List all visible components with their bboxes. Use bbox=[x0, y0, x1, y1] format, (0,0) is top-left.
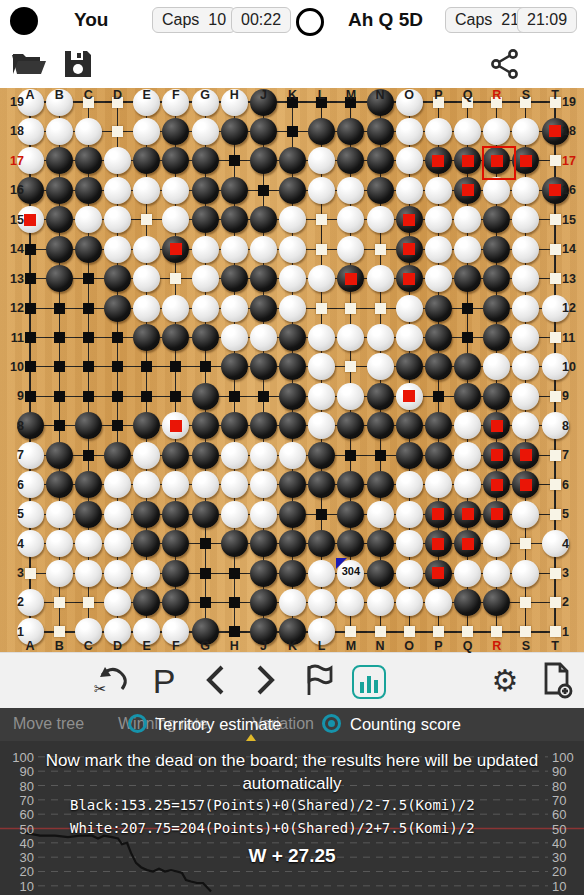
stone-black-B6[interactable] bbox=[46, 471, 73, 498]
territory-black-B11[interactable] bbox=[54, 332, 65, 343]
stone-white-S9[interactable] bbox=[512, 383, 539, 410]
stone-white-D2[interactable] bbox=[104, 589, 131, 616]
stone-black-O10[interactable] bbox=[396, 353, 423, 380]
territory-white-T1[interactable] bbox=[550, 626, 561, 637]
stone-black-F18[interactable] bbox=[162, 118, 189, 145]
stone-white-F8[interactable] bbox=[162, 412, 189, 439]
stone-black-G7[interactable] bbox=[192, 442, 219, 469]
stone-white-L10[interactable] bbox=[308, 353, 335, 380]
stone-black-Q4[interactable] bbox=[454, 530, 481, 557]
stone-white-R4[interactable] bbox=[483, 530, 510, 557]
territory-white-S1[interactable] bbox=[520, 626, 531, 637]
stone-white-M9[interactable] bbox=[337, 383, 364, 410]
stone-black-N8[interactable] bbox=[367, 412, 394, 439]
stone-white-K12[interactable] bbox=[279, 295, 306, 322]
stone-black-M13[interactable] bbox=[337, 265, 364, 292]
stone-black-R15[interactable] bbox=[483, 206, 510, 233]
stone-black-O15[interactable] bbox=[396, 206, 423, 233]
territory-white-B1[interactable] bbox=[54, 626, 65, 637]
territory-black-Q11[interactable] bbox=[462, 332, 473, 343]
stone-white-H12[interactable] bbox=[221, 295, 248, 322]
stone-black-P5[interactable] bbox=[425, 501, 452, 528]
stone-white-S10[interactable] bbox=[512, 353, 539, 380]
counting-score-radio[interactable] bbox=[322, 714, 341, 733]
territory-black-D10[interactable] bbox=[112, 361, 123, 372]
stone-black-K10[interactable] bbox=[279, 353, 306, 380]
stone-black-R6[interactable] bbox=[483, 471, 510, 498]
stone-black-C6[interactable] bbox=[75, 471, 102, 498]
stone-black-O13[interactable] bbox=[396, 265, 423, 292]
territory-black-A13[interactable] bbox=[25, 273, 36, 284]
stone-black-N3[interactable] bbox=[367, 560, 394, 587]
stone-black-F17[interactable] bbox=[162, 147, 189, 174]
stone-black-D13[interactable] bbox=[104, 265, 131, 292]
territory-black-A10[interactable] bbox=[25, 361, 36, 372]
resign-flag-button[interactable] bbox=[296, 661, 340, 701]
territory-black-H17[interactable] bbox=[229, 155, 240, 166]
stone-black-O7[interactable] bbox=[396, 442, 423, 469]
stone-black-G9[interactable] bbox=[192, 383, 219, 410]
stone-black-F3[interactable] bbox=[162, 560, 189, 587]
stone-black-P17[interactable] bbox=[425, 147, 452, 174]
stone-black-P7[interactable] bbox=[425, 442, 452, 469]
stone-white-S15[interactable] bbox=[512, 206, 539, 233]
stone-white-O3[interactable] bbox=[396, 560, 423, 587]
stone-black-S6[interactable] bbox=[512, 471, 539, 498]
stone-black-Q9[interactable] bbox=[454, 383, 481, 410]
territory-black-J9[interactable] bbox=[258, 391, 269, 402]
territory-white-A3[interactable] bbox=[25, 568, 36, 579]
score-chart-button[interactable] bbox=[347, 661, 391, 701]
stone-black-H10[interactable] bbox=[221, 353, 248, 380]
territory-black-F9[interactable] bbox=[170, 391, 181, 402]
stone-black-R7[interactable] bbox=[483, 442, 510, 469]
territory-white-F13[interactable] bbox=[170, 273, 181, 284]
counting-score-label[interactable]: Counting score bbox=[350, 715, 461, 734]
stone-white-M11[interactable] bbox=[337, 324, 364, 351]
territory-white-B2[interactable] bbox=[54, 597, 65, 608]
stone-white-O17[interactable] bbox=[396, 147, 423, 174]
territory-black-H3[interactable] bbox=[229, 568, 240, 579]
stone-black-C17[interactable] bbox=[75, 147, 102, 174]
stone-black-N9[interactable] bbox=[367, 383, 394, 410]
stone-black-E8[interactable] bbox=[133, 412, 160, 439]
previous-move-button[interactable] bbox=[193, 661, 237, 701]
stone-white-G13[interactable] bbox=[192, 265, 219, 292]
territory-white-T14[interactable] bbox=[550, 244, 561, 255]
stone-white-P14[interactable] bbox=[425, 236, 452, 263]
settings-gear-button[interactable]: ⚙ bbox=[483, 661, 527, 701]
stone-black-B13[interactable] bbox=[46, 265, 73, 292]
stone-white-G18[interactable] bbox=[192, 118, 219, 145]
stone-white-J5[interactable] bbox=[250, 501, 277, 528]
territory-black-D11[interactable] bbox=[112, 332, 123, 343]
stone-black-C16[interactable] bbox=[75, 177, 102, 204]
stone-white-F6[interactable] bbox=[162, 471, 189, 498]
new-document-button[interactable] bbox=[534, 661, 578, 701]
stone-black-J15[interactable] bbox=[250, 206, 277, 233]
territory-black-P9[interactable] bbox=[433, 391, 444, 402]
stone-white-D15[interactable] bbox=[104, 206, 131, 233]
stone-black-P12[interactable] bbox=[425, 295, 452, 322]
stone-black-L18[interactable] bbox=[308, 118, 335, 145]
stone-black-J2[interactable] bbox=[250, 589, 277, 616]
stone-white-H14[interactable] bbox=[221, 236, 248, 263]
stone-black-H13[interactable] bbox=[221, 265, 248, 292]
stone-white-L9[interactable] bbox=[308, 383, 335, 410]
territory-black-G2[interactable] bbox=[200, 597, 211, 608]
stone-white-O6[interactable] bbox=[396, 471, 423, 498]
stone-white-D16[interactable] bbox=[104, 177, 131, 204]
stone-black-C8[interactable] bbox=[75, 412, 102, 439]
stone-white-N15[interactable] bbox=[367, 206, 394, 233]
stone-white-K7[interactable] bbox=[279, 442, 306, 469]
stone-black-R8[interactable] bbox=[483, 412, 510, 439]
stone-black-E11[interactable] bbox=[133, 324, 160, 351]
stone-white-R18[interactable] bbox=[483, 118, 510, 145]
stone-black-P4[interactable] bbox=[425, 530, 452, 557]
territory-black-C12[interactable] bbox=[83, 303, 94, 314]
stone-black-K11[interactable] bbox=[279, 324, 306, 351]
stone-black-C14[interactable] bbox=[75, 236, 102, 263]
territory-black-J16[interactable] bbox=[258, 185, 269, 196]
stone-white-E16[interactable] bbox=[133, 177, 160, 204]
stone-white-N10[interactable] bbox=[367, 353, 394, 380]
stone-black-R14[interactable] bbox=[483, 236, 510, 263]
stone-white-R16[interactable] bbox=[483, 177, 510, 204]
stone-white-O16[interactable] bbox=[396, 177, 423, 204]
stone-black-G11[interactable] bbox=[192, 324, 219, 351]
stone-white-G14[interactable] bbox=[192, 236, 219, 263]
stone-white-N5[interactable] bbox=[367, 501, 394, 528]
stone-white-L17[interactable] bbox=[308, 147, 335, 174]
stone-black-S17[interactable] bbox=[512, 147, 539, 174]
stone-white-H7[interactable] bbox=[221, 442, 248, 469]
stone-white-E18[interactable] bbox=[133, 118, 160, 145]
territory-white-T7[interactable] bbox=[550, 450, 561, 461]
stone-white-L16[interactable] bbox=[308, 177, 335, 204]
territory-black-B10[interactable] bbox=[54, 361, 65, 372]
stone-white-J7[interactable] bbox=[250, 442, 277, 469]
territory-white-M10[interactable] bbox=[345, 361, 356, 372]
territory-black-C11[interactable] bbox=[83, 332, 94, 343]
stone-white-O5[interactable] bbox=[396, 501, 423, 528]
stone-white-H5[interactable] bbox=[221, 501, 248, 528]
territory-white-E15[interactable] bbox=[141, 214, 152, 225]
stone-black-K3[interactable] bbox=[279, 560, 306, 587]
stone-black-B16[interactable] bbox=[46, 177, 73, 204]
stone-black-E4[interactable] bbox=[133, 530, 160, 557]
stone-white-R10[interactable] bbox=[483, 353, 510, 380]
stone-white-S11[interactable] bbox=[512, 324, 539, 351]
stone-white-O12[interactable] bbox=[396, 295, 423, 322]
stone-white-E7[interactable] bbox=[133, 442, 160, 469]
stone-black-M18[interactable] bbox=[337, 118, 364, 145]
stone-white-S12[interactable] bbox=[512, 295, 539, 322]
stone-black-R12[interactable] bbox=[483, 295, 510, 322]
stone-black-N6[interactable] bbox=[367, 471, 394, 498]
stone-white-P15[interactable] bbox=[425, 206, 452, 233]
stone-white-Q18[interactable] bbox=[454, 118, 481, 145]
stone-black-J12[interactable] bbox=[250, 295, 277, 322]
stone-black-B17[interactable] bbox=[46, 147, 73, 174]
stone-black-M8[interactable] bbox=[337, 412, 364, 439]
stone-white-C3[interactable] bbox=[75, 560, 102, 587]
stone-black-H15[interactable] bbox=[221, 206, 248, 233]
stone-black-H8[interactable] bbox=[221, 412, 248, 439]
territory-white-T11[interactable] bbox=[550, 332, 561, 343]
stone-white-S5[interactable] bbox=[512, 501, 539, 528]
stone-white-E3[interactable] bbox=[133, 560, 160, 587]
stone-white-S8[interactable] bbox=[512, 412, 539, 439]
territory-estimate-label[interactable]: Territory estimate bbox=[155, 715, 282, 734]
stone-white-N11[interactable] bbox=[367, 324, 394, 351]
stone-white-D17[interactable] bbox=[104, 147, 131, 174]
stone-white-M15[interactable] bbox=[337, 206, 364, 233]
territory-black-C13[interactable] bbox=[83, 273, 94, 284]
stone-white-P6[interactable] bbox=[425, 471, 452, 498]
territory-white-L15[interactable] bbox=[316, 214, 327, 225]
stone-black-K6[interactable] bbox=[279, 471, 306, 498]
stone-white-S14[interactable] bbox=[512, 236, 539, 263]
stone-black-O8[interactable] bbox=[396, 412, 423, 439]
territory-black-H2[interactable] bbox=[229, 597, 240, 608]
stone-white-N13[interactable] bbox=[367, 265, 394, 292]
territory-white-T2[interactable] bbox=[550, 597, 561, 608]
territory-white-D18[interactable] bbox=[112, 126, 123, 137]
stone-white-E14[interactable] bbox=[133, 236, 160, 263]
stone-white-D4[interactable] bbox=[104, 530, 131, 557]
stone-black-N18[interactable] bbox=[367, 118, 394, 145]
stone-black-O14[interactable] bbox=[396, 236, 423, 263]
stone-black-Q5[interactable] bbox=[454, 501, 481, 528]
stone-black-J4[interactable] bbox=[250, 530, 277, 557]
stone-white-F15[interactable] bbox=[162, 206, 189, 233]
stone-black-F5[interactable] bbox=[162, 501, 189, 528]
stone-white-L13[interactable] bbox=[308, 265, 335, 292]
territory-black-G3[interactable] bbox=[200, 568, 211, 579]
stone-white-F12[interactable] bbox=[162, 295, 189, 322]
stone-black-Q17[interactable] bbox=[454, 147, 481, 174]
stone-white-J11[interactable] bbox=[250, 324, 277, 351]
stone-black-H4[interactable] bbox=[221, 530, 248, 557]
stone-white-S13[interactable] bbox=[512, 265, 539, 292]
stone-white-S3[interactable] bbox=[512, 560, 539, 587]
territory-black-C9[interactable] bbox=[83, 391, 94, 402]
stone-black-C5[interactable] bbox=[75, 501, 102, 528]
territory-black-A14[interactable] bbox=[25, 244, 36, 255]
stone-black-L4[interactable] bbox=[308, 530, 335, 557]
stone-black-G16[interactable] bbox=[192, 177, 219, 204]
territory-white-T15[interactable] bbox=[550, 214, 561, 225]
stone-black-E5[interactable] bbox=[133, 501, 160, 528]
territory-white-T17[interactable] bbox=[550, 155, 561, 166]
tab-move-tree[interactable]: Move tree bbox=[13, 715, 84, 733]
stone-white-K2[interactable] bbox=[279, 589, 306, 616]
share-button[interactable] bbox=[485, 46, 525, 84]
stone-black-F14[interactable] bbox=[162, 236, 189, 263]
stone-white-R3[interactable] bbox=[483, 560, 510, 587]
stone-white-M16[interactable] bbox=[337, 177, 364, 204]
stone-black-P11[interactable] bbox=[425, 324, 452, 351]
territory-white-C2[interactable] bbox=[83, 597, 94, 608]
territory-white-M1[interactable] bbox=[345, 626, 356, 637]
territory-black-E9[interactable] bbox=[141, 391, 152, 402]
stone-black-P3[interactable] bbox=[425, 560, 452, 587]
territory-black-C10[interactable] bbox=[83, 361, 94, 372]
stone-black-N17[interactable] bbox=[367, 147, 394, 174]
stone-black-Q16[interactable] bbox=[454, 177, 481, 204]
stone-white-M2[interactable] bbox=[337, 589, 364, 616]
stone-black-D7[interactable] bbox=[104, 442, 131, 469]
stone-black-E17[interactable] bbox=[133, 147, 160, 174]
stone-black-P10[interactable] bbox=[425, 353, 452, 380]
stone-black-F2[interactable] bbox=[162, 589, 189, 616]
stone-white-L8[interactable] bbox=[308, 412, 335, 439]
stone-black-K9[interactable] bbox=[279, 383, 306, 410]
territory-white-T13[interactable] bbox=[550, 273, 561, 284]
stone-white-L2[interactable] bbox=[308, 589, 335, 616]
stone-black-L7[interactable] bbox=[308, 442, 335, 469]
stone-white-P18[interactable] bbox=[425, 118, 452, 145]
stone-black-K5[interactable] bbox=[279, 501, 306, 528]
stone-white-B4[interactable] bbox=[46, 530, 73, 557]
stone-white-E6[interactable] bbox=[133, 471, 160, 498]
territory-black-D8[interactable] bbox=[112, 420, 123, 431]
stone-white-O2[interactable] bbox=[396, 589, 423, 616]
stone-white-P13[interactable] bbox=[425, 265, 452, 292]
stone-white-E12[interactable] bbox=[133, 295, 160, 322]
stone-black-M5[interactable] bbox=[337, 501, 364, 528]
stone-white-J14[interactable] bbox=[250, 236, 277, 263]
stone-white-Q14[interactable] bbox=[454, 236, 481, 263]
territory-black-M7[interactable] bbox=[345, 450, 356, 461]
stone-black-H16[interactable] bbox=[221, 177, 248, 204]
territory-white-T5[interactable] bbox=[550, 509, 561, 520]
territory-black-L5[interactable] bbox=[316, 509, 327, 520]
territory-white-T9[interactable] bbox=[550, 391, 561, 402]
territory-white-L14[interactable] bbox=[316, 244, 327, 255]
stone-black-Q2[interactable] bbox=[454, 589, 481, 616]
stone-white-O18[interactable] bbox=[396, 118, 423, 145]
stone-black-K4[interactable] bbox=[279, 530, 306, 557]
territory-white-T3[interactable] bbox=[550, 568, 561, 579]
territory-black-H9[interactable] bbox=[229, 391, 240, 402]
stone-white-M14[interactable] bbox=[337, 236, 364, 263]
stone-black-G8[interactable] bbox=[192, 412, 219, 439]
stone-white-S18[interactable] bbox=[512, 118, 539, 145]
stone-white-B18[interactable] bbox=[46, 118, 73, 145]
territory-white-N14[interactable] bbox=[375, 244, 386, 255]
stone-white-D3[interactable] bbox=[104, 560, 131, 587]
territory-white-S4[interactable] bbox=[520, 538, 531, 549]
stone-black-R2[interactable] bbox=[483, 589, 510, 616]
stone-black-S7[interactable] bbox=[512, 442, 539, 469]
stone-white-B3[interactable] bbox=[46, 560, 73, 587]
territory-black-C7[interactable] bbox=[83, 450, 94, 461]
stone-white-D5[interactable] bbox=[104, 501, 131, 528]
stone-black-K16[interactable] bbox=[279, 177, 306, 204]
stone-black-N16[interactable] bbox=[367, 177, 394, 204]
stone-black-G15[interactable] bbox=[192, 206, 219, 233]
stone-white-C15[interactable] bbox=[75, 206, 102, 233]
stone-white-K15[interactable] bbox=[279, 206, 306, 233]
stone-white-Q15[interactable] bbox=[454, 206, 481, 233]
stone-black-E2[interactable] bbox=[133, 589, 160, 616]
stone-white-S16[interactable] bbox=[512, 177, 539, 204]
stone-black-J3[interactable] bbox=[250, 560, 277, 587]
stone-white-Q6[interactable] bbox=[454, 471, 481, 498]
stone-white-P2[interactable] bbox=[425, 589, 452, 616]
stone-white-P16[interactable] bbox=[425, 177, 452, 204]
stone-white-K14[interactable] bbox=[279, 236, 306, 263]
open-file-button[interactable] bbox=[8, 46, 48, 84]
stone-black-B15[interactable] bbox=[46, 206, 73, 233]
stone-black-J8[interactable] bbox=[250, 412, 277, 439]
territory-black-Q12[interactable] bbox=[462, 303, 473, 314]
territory-white-S2[interactable] bbox=[520, 597, 531, 608]
territory-black-G10[interactable] bbox=[200, 361, 211, 372]
stone-white-L3[interactable] bbox=[308, 560, 335, 587]
stone-black-L6[interactable] bbox=[308, 471, 335, 498]
territory-white-P1[interactable] bbox=[433, 626, 444, 637]
stone-white-Q8[interactable] bbox=[454, 412, 481, 439]
stone-white-K13[interactable] bbox=[279, 265, 306, 292]
territory-black-A11[interactable] bbox=[25, 332, 36, 343]
territory-black-N7[interactable] bbox=[375, 450, 386, 461]
stone-white-B5[interactable] bbox=[46, 501, 73, 528]
stone-black-Q10[interactable] bbox=[454, 353, 481, 380]
stone-white-E13[interactable] bbox=[133, 265, 160, 292]
territory-estimate-radio[interactable] bbox=[128, 714, 147, 733]
stone-black-G17[interactable] bbox=[192, 147, 219, 174]
territory-white-M12[interactable] bbox=[345, 303, 356, 314]
stone-white-D6[interactable] bbox=[104, 471, 131, 498]
stone-black-M17[interactable] bbox=[337, 147, 364, 174]
stone-white-H11[interactable] bbox=[221, 324, 248, 351]
stone-black-R11[interactable] bbox=[483, 324, 510, 351]
stone-black-B7[interactable] bbox=[46, 442, 73, 469]
stone-black-M6[interactable] bbox=[337, 471, 364, 498]
stone-white-L11[interactable] bbox=[308, 324, 335, 351]
territory-white-T6[interactable] bbox=[550, 479, 561, 490]
territory-white-L12[interactable] bbox=[316, 303, 327, 314]
territory-white-O1[interactable] bbox=[404, 626, 415, 637]
stone-black-H18[interactable] bbox=[221, 118, 248, 145]
stone-black-G5[interactable] bbox=[192, 501, 219, 528]
stone-black-N4[interactable] bbox=[367, 530, 394, 557]
territory-black-E10[interactable] bbox=[141, 361, 152, 372]
territory-black-A12[interactable] bbox=[25, 303, 36, 314]
stone-black-P8[interactable] bbox=[425, 412, 452, 439]
stone-black-J17[interactable] bbox=[250, 147, 277, 174]
territory-black-D9[interactable] bbox=[112, 391, 123, 402]
stone-white-C18[interactable] bbox=[75, 118, 102, 145]
territory-white-N12[interactable] bbox=[375, 303, 386, 314]
stone-black-K8[interactable] bbox=[279, 412, 306, 439]
stone-black-F7[interactable] bbox=[162, 442, 189, 469]
stone-white-O4[interactable] bbox=[396, 530, 423, 557]
undo-takeback-button[interactable]: ✂ bbox=[90, 661, 134, 701]
stone-black-R9[interactable] bbox=[483, 383, 510, 410]
stone-black-R13[interactable] bbox=[483, 265, 510, 292]
stone-white-D14[interactable] bbox=[104, 236, 131, 263]
territory-black-G4[interactable] bbox=[200, 538, 211, 549]
stone-black-K17[interactable] bbox=[279, 147, 306, 174]
stone-white-J6[interactable] bbox=[250, 471, 277, 498]
save-button[interactable] bbox=[58, 46, 98, 84]
stone-black-F11[interactable] bbox=[162, 324, 189, 351]
